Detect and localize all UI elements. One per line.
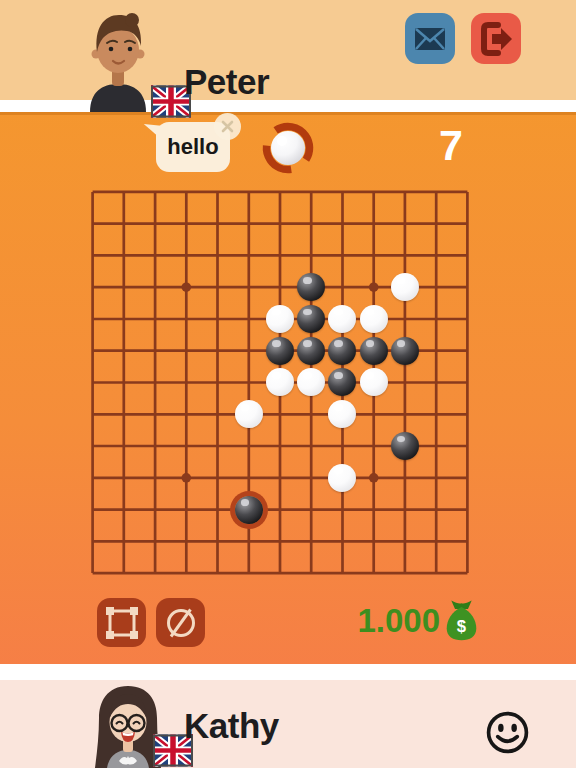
player-name: Kathy xyxy=(184,704,279,748)
opponent-name: Peter xyxy=(184,60,269,104)
stone-black xyxy=(266,337,294,365)
wallet-amount: 1.000 xyxy=(357,600,440,642)
stone-white xyxy=(360,368,388,396)
stone-black xyxy=(328,337,356,365)
stone-black xyxy=(235,496,263,524)
close-bubble-button[interactable] xyxy=(214,113,241,140)
stone-white xyxy=(391,273,419,301)
logout-icon xyxy=(474,17,518,61)
envelope-icon xyxy=(408,17,452,61)
close-icon xyxy=(220,119,235,134)
stone-black xyxy=(360,337,388,365)
exit-button[interactable] xyxy=(471,13,521,64)
svg-text:$: $ xyxy=(457,617,467,636)
mail-button[interactable] xyxy=(405,13,455,64)
stone-white xyxy=(328,464,356,492)
stone-black xyxy=(391,432,419,460)
pass-button[interactable] xyxy=(156,598,205,647)
stone-white xyxy=(297,368,325,396)
opponent-avatar xyxy=(82,8,154,116)
stone-white xyxy=(266,368,294,396)
game-screen: Peter hello xyxy=(0,0,576,768)
stone-black xyxy=(297,337,325,365)
gomoku-board[interactable] xyxy=(77,176,483,589)
circle-slash-icon xyxy=(159,601,203,645)
money-bag-icon: $ xyxy=(443,597,480,647)
stone-black xyxy=(328,368,356,396)
move-countdown: 7 xyxy=(428,121,474,169)
man-avatar-icon xyxy=(82,8,154,112)
stone-white xyxy=(360,305,388,333)
area-button[interactable] xyxy=(97,598,146,647)
turn-timer xyxy=(261,121,315,179)
stone-white xyxy=(328,305,356,333)
stone-black xyxy=(391,337,419,365)
stone-black xyxy=(297,273,325,301)
stone-white xyxy=(266,305,294,333)
selection-frame-icon xyxy=(100,601,144,645)
board-grid[interactable] xyxy=(77,176,483,589)
chat-bubble-text: hello xyxy=(167,134,218,160)
smiley-icon xyxy=(485,710,530,755)
bottom-separator xyxy=(0,664,576,680)
stone-white xyxy=(328,400,356,428)
stone-white xyxy=(235,400,263,428)
white-turn-spinner-icon xyxy=(261,121,315,175)
emoji-button[interactable] xyxy=(485,710,530,758)
stone-black xyxy=(297,305,325,333)
